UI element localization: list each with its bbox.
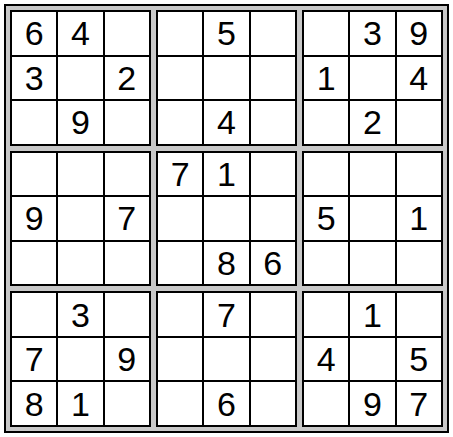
cell-r5c6[interactable]: [251, 197, 295, 240]
cell-r2c8[interactable]: [350, 57, 394, 100]
cell-r3c7[interactable]: [304, 101, 348, 144]
cell-r2c9[interactable]: 4: [397, 57, 441, 100]
cell-r7c7[interactable]: [304, 293, 348, 336]
cell-r5c5[interactable]: [204, 197, 248, 240]
box-1-2: 54: [156, 10, 297, 146]
cell-r3c5[interactable]: 4: [204, 101, 248, 144]
cell-r6c6[interactable]: 6: [251, 242, 295, 285]
cell-r2c5[interactable]: [204, 57, 248, 100]
cell-r6c2[interactable]: [58, 242, 102, 285]
cell-r8c2[interactable]: [58, 338, 102, 381]
cell-r8c6[interactable]: [251, 338, 295, 381]
cell-r1c6[interactable]: [251, 12, 295, 55]
cell-r5c9[interactable]: 1: [397, 197, 441, 240]
cell-r9c7[interactable]: [304, 382, 348, 425]
box-2-3: 51: [302, 151, 443, 287]
cell-r4c9[interactable]: [397, 153, 441, 196]
cell-r7c6[interactable]: [251, 293, 295, 336]
cell-r8c5[interactable]: [204, 338, 248, 381]
cell-r6c3[interactable]: [105, 242, 149, 285]
cell-r6c4[interactable]: [158, 242, 202, 285]
cell-r1c3[interactable]: [105, 12, 149, 55]
cell-r7c9[interactable]: [397, 293, 441, 336]
cell-r1c7[interactable]: [304, 12, 348, 55]
cell-r8c4[interactable]: [158, 338, 202, 381]
cell-r2c3[interactable]: 2: [105, 57, 149, 100]
cell-r6c9[interactable]: [397, 242, 441, 285]
cell-r4c1[interactable]: [12, 153, 56, 196]
cell-r7c2[interactable]: 3: [58, 293, 102, 336]
box-3-1: 37981: [10, 291, 151, 427]
cell-r8c1[interactable]: 7: [12, 338, 56, 381]
cell-r1c8[interactable]: 3: [350, 12, 394, 55]
cell-r1c2[interactable]: 4: [58, 12, 102, 55]
cell-r9c3[interactable]: [105, 382, 149, 425]
cell-r3c6[interactable]: [251, 101, 295, 144]
cell-r4c4[interactable]: 7: [158, 153, 202, 196]
cell-r4c5[interactable]: 1: [204, 153, 248, 196]
sudoku-board: 64329543914297718651379817614597: [10, 10, 443, 427]
cell-r2c4[interactable]: [158, 57, 202, 100]
cell-r3c9[interactable]: [397, 101, 441, 144]
cell-r4c8[interactable]: [350, 153, 394, 196]
box-2-1: 97: [10, 151, 151, 287]
cell-r9c1[interactable]: 8: [12, 382, 56, 425]
box-1-1: 64329: [10, 10, 151, 146]
cell-r2c2[interactable]: [58, 57, 102, 100]
sudoku-page: 64329543914297718651379817614597: [0, 0, 453, 437]
cell-r5c8[interactable]: [350, 197, 394, 240]
cell-r2c1[interactable]: 3: [12, 57, 56, 100]
cell-r3c4[interactable]: [158, 101, 202, 144]
cell-r6c5[interactable]: 8: [204, 242, 248, 285]
cell-r1c1[interactable]: 6: [12, 12, 56, 55]
box-3-2: 76: [156, 291, 297, 427]
cell-r3c3[interactable]: [105, 101, 149, 144]
cell-r2c6[interactable]: [251, 57, 295, 100]
cell-r5c1[interactable]: 9: [12, 197, 56, 240]
cell-r7c5[interactable]: 7: [204, 293, 248, 336]
box-2-2: 7186: [156, 151, 297, 287]
cell-r2c7[interactable]: 1: [304, 57, 348, 100]
cell-r9c5[interactable]: 6: [204, 382, 248, 425]
sudoku-board-frame: 64329543914297718651379817614597: [4, 4, 449, 433]
cell-r1c4[interactable]: [158, 12, 202, 55]
cell-r1c5[interactable]: 5: [204, 12, 248, 55]
cell-r7c8[interactable]: 1: [350, 293, 394, 336]
cell-r4c3[interactable]: [105, 153, 149, 196]
cell-r3c2[interactable]: 9: [58, 101, 102, 144]
cell-r5c3[interactable]: 7: [105, 197, 149, 240]
cell-r6c8[interactable]: [350, 242, 394, 285]
cell-r4c2[interactable]: [58, 153, 102, 196]
cell-r6c7[interactable]: [304, 242, 348, 285]
box-3-3: 14597: [302, 291, 443, 427]
cell-r9c6[interactable]: [251, 382, 295, 425]
cell-r9c2[interactable]: 1: [58, 382, 102, 425]
cell-r8c9[interactable]: 5: [397, 338, 441, 381]
cell-r6c1[interactable]: [12, 242, 56, 285]
cell-r4c7[interactable]: [304, 153, 348, 196]
box-1-3: 39142: [302, 10, 443, 146]
cell-r8c3[interactable]: 9: [105, 338, 149, 381]
cell-r7c4[interactable]: [158, 293, 202, 336]
cell-r1c9[interactable]: 9: [397, 12, 441, 55]
cell-r3c1[interactable]: [12, 101, 56, 144]
cell-r8c8[interactable]: [350, 338, 394, 381]
cell-r9c9[interactable]: 7: [397, 382, 441, 425]
cell-r8c7[interactable]: 4: [304, 338, 348, 381]
cell-r7c3[interactable]: [105, 293, 149, 336]
cell-r3c8[interactable]: 2: [350, 101, 394, 144]
cell-r9c8[interactable]: 9: [350, 382, 394, 425]
cell-r9c4[interactable]: [158, 382, 202, 425]
cell-r4c6[interactable]: [251, 153, 295, 196]
cell-r7c1[interactable]: [12, 293, 56, 336]
cell-r5c7[interactable]: 5: [304, 197, 348, 240]
cell-r5c4[interactable]: [158, 197, 202, 240]
cell-r5c2[interactable]: [58, 197, 102, 240]
